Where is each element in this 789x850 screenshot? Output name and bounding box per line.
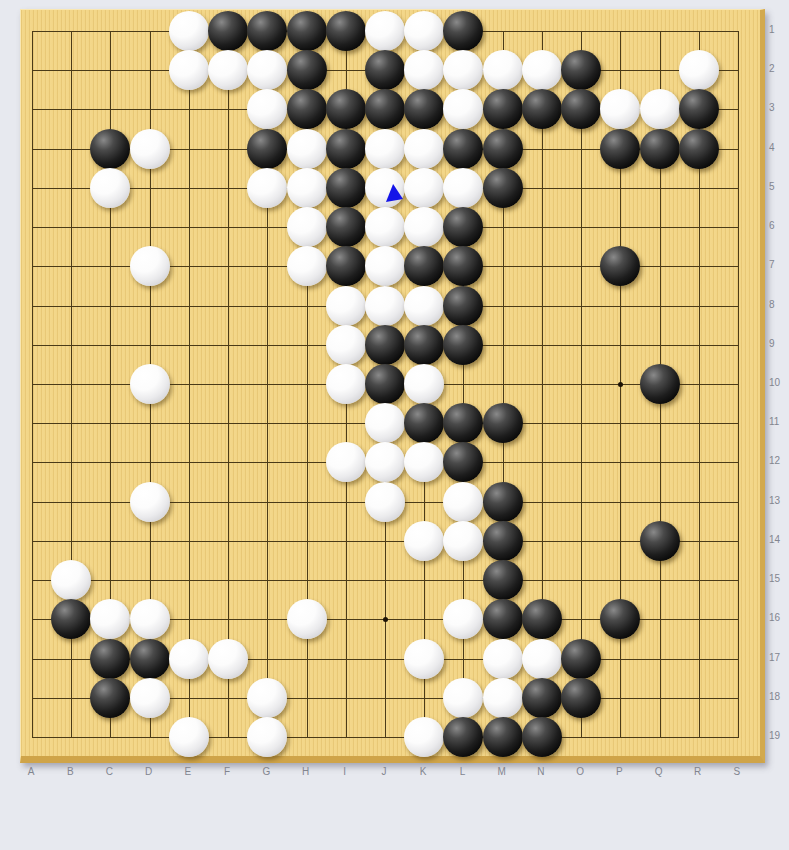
column-label: O <box>576 767 584 777</box>
row-label: 10 <box>769 378 780 388</box>
white-stone <box>600 89 640 129</box>
white-stone <box>443 89 483 129</box>
black-stone <box>443 129 483 169</box>
column-label: G <box>262 767 270 777</box>
row-label: 3 <box>769 103 775 113</box>
white-stone <box>287 168 327 208</box>
column-label: D <box>145 767 152 777</box>
black-stone <box>287 89 327 129</box>
column-label: H <box>302 767 309 777</box>
black-stone <box>640 364 680 404</box>
column-label: C <box>106 767 113 777</box>
black-stone <box>443 403 483 443</box>
white-stone <box>130 678 170 718</box>
white-stone <box>404 129 444 169</box>
black-stone <box>247 11 287 51</box>
column-label: Q <box>655 767 663 777</box>
row-label: 15 <box>769 574 780 584</box>
column-label: L <box>460 767 466 777</box>
white-stone <box>130 246 170 286</box>
black-stone <box>443 717 483 757</box>
column-label: R <box>694 767 701 777</box>
white-stone <box>169 11 209 51</box>
black-stone <box>483 599 523 639</box>
white-stone <box>404 521 444 561</box>
white-stone <box>443 599 483 639</box>
black-stone <box>483 89 523 129</box>
white-stone <box>287 246 327 286</box>
black-stone <box>443 442 483 482</box>
white-stone <box>287 129 327 169</box>
white-stone <box>208 639 248 679</box>
black-stone <box>326 89 366 129</box>
go-board[interactable] <box>20 9 765 763</box>
column-label: M <box>497 767 505 777</box>
white-stone <box>247 717 287 757</box>
black-stone <box>287 50 327 90</box>
black-stone <box>679 129 719 169</box>
column-label: F <box>224 767 230 777</box>
white-stone <box>130 364 170 404</box>
black-stone <box>600 246 640 286</box>
black-stone <box>483 403 523 443</box>
black-stone <box>208 11 248 51</box>
grid-line-vertical <box>738 31 739 738</box>
white-stone <box>404 639 444 679</box>
black-stone <box>51 599 91 639</box>
black-stone <box>443 246 483 286</box>
white-stone <box>169 717 209 757</box>
black-stone <box>522 678 562 718</box>
black-stone <box>247 129 287 169</box>
black-stone <box>326 129 366 169</box>
row-label: 8 <box>769 300 775 310</box>
row-label: 12 <box>769 456 780 466</box>
column-label: N <box>537 767 544 777</box>
white-stone <box>326 325 366 365</box>
column-label: E <box>185 767 192 777</box>
white-stone <box>326 442 366 482</box>
black-stone <box>404 89 444 129</box>
black-stone <box>483 560 523 600</box>
white-stone <box>287 599 327 639</box>
row-label: 17 <box>769 653 780 663</box>
black-stone <box>483 482 523 522</box>
black-stone <box>679 89 719 129</box>
white-stone <box>326 286 366 326</box>
white-stone <box>365 207 405 247</box>
row-label: 1 <box>769 25 775 35</box>
black-stone <box>561 639 601 679</box>
white-stone <box>443 482 483 522</box>
star-point <box>383 617 388 622</box>
white-stone <box>522 639 562 679</box>
black-stone <box>522 89 562 129</box>
row-label: 11 <box>769 417 779 427</box>
white-stone <box>365 129 405 169</box>
black-stone <box>443 325 483 365</box>
black-stone <box>326 168 366 208</box>
white-stone <box>169 50 209 90</box>
grid-line-horizontal <box>32 580 739 581</box>
white-stone <box>404 364 444 404</box>
white-stone <box>640 89 680 129</box>
black-stone <box>483 717 523 757</box>
black-stone <box>640 521 680 561</box>
black-stone <box>90 639 130 679</box>
white-stone <box>130 599 170 639</box>
row-label: 6 <box>769 221 775 231</box>
black-stone <box>483 129 523 169</box>
grid-line-horizontal <box>32 737 739 738</box>
black-stone <box>287 11 327 51</box>
white-stone <box>404 168 444 208</box>
white-stone <box>247 50 287 90</box>
white-stone <box>443 168 483 208</box>
white-stone <box>130 129 170 169</box>
row-label: 9 <box>769 339 775 349</box>
black-stone <box>90 129 130 169</box>
white-stone <box>404 717 444 757</box>
white-stone <box>247 89 287 129</box>
black-stone <box>561 50 601 90</box>
column-label: B <box>67 767 74 777</box>
black-stone <box>443 11 483 51</box>
white-stone <box>365 168 405 208</box>
black-stone <box>640 129 680 169</box>
white-stone <box>483 50 523 90</box>
white-stone <box>404 11 444 51</box>
row-label: 19 <box>769 731 780 741</box>
row-label: 5 <box>769 182 775 192</box>
black-stone <box>365 325 405 365</box>
row-label: 16 <box>769 613 780 623</box>
white-stone <box>90 599 130 639</box>
white-stone <box>365 246 405 286</box>
column-label: S <box>734 767 741 777</box>
white-stone <box>90 168 130 208</box>
black-stone <box>365 364 405 404</box>
column-label: I <box>343 767 346 777</box>
white-stone <box>208 50 248 90</box>
white-stone <box>522 50 562 90</box>
black-stone <box>600 599 640 639</box>
black-stone <box>483 168 523 208</box>
black-stone <box>561 678 601 718</box>
white-stone <box>51 560 91 600</box>
black-stone <box>130 639 170 679</box>
page-background: ABCDEFGHIJKLMNOPQRS 12345678910111213141… <box>0 0 789 850</box>
star-point <box>618 382 623 387</box>
white-stone <box>483 639 523 679</box>
white-stone <box>247 168 287 208</box>
column-label: J <box>381 767 386 777</box>
white-stone <box>365 403 405 443</box>
row-label: 14 <box>769 535 780 545</box>
white-stone <box>404 442 444 482</box>
black-stone <box>522 717 562 757</box>
black-stone <box>443 286 483 326</box>
black-stone <box>404 246 444 286</box>
black-stone <box>365 50 405 90</box>
black-stone <box>326 207 366 247</box>
white-stone <box>287 207 327 247</box>
row-label: 2 <box>769 64 775 74</box>
grid-line-vertical <box>581 31 582 738</box>
row-label: 13 <box>769 496 780 506</box>
white-stone <box>169 639 209 679</box>
grid-line-horizontal <box>32 541 739 542</box>
white-stone <box>130 482 170 522</box>
white-stone <box>443 50 483 90</box>
row-label: 7 <box>769 260 775 270</box>
black-stone <box>404 325 444 365</box>
white-stone <box>404 207 444 247</box>
row-label: 4 <box>769 143 775 153</box>
black-stone <box>90 678 130 718</box>
white-stone <box>443 521 483 561</box>
white-stone <box>365 11 405 51</box>
black-stone <box>522 599 562 639</box>
black-stone <box>404 403 444 443</box>
white-stone <box>404 286 444 326</box>
black-stone <box>600 129 640 169</box>
white-stone <box>365 442 405 482</box>
white-stone <box>483 678 523 718</box>
black-stone <box>326 246 366 286</box>
black-stone <box>483 521 523 561</box>
black-stone <box>443 207 483 247</box>
column-label: P <box>616 767 623 777</box>
white-stone <box>365 482 405 522</box>
black-stone <box>561 89 601 129</box>
column-label: A <box>28 767 35 777</box>
white-stone <box>443 678 483 718</box>
white-stone <box>247 678 287 718</box>
white-stone <box>365 286 405 326</box>
column-label: K <box>420 767 427 777</box>
row-label: 18 <box>769 692 780 702</box>
black-stone <box>326 11 366 51</box>
white-stone <box>326 364 366 404</box>
white-stone <box>404 50 444 90</box>
black-stone <box>365 89 405 129</box>
white-stone <box>679 50 719 90</box>
